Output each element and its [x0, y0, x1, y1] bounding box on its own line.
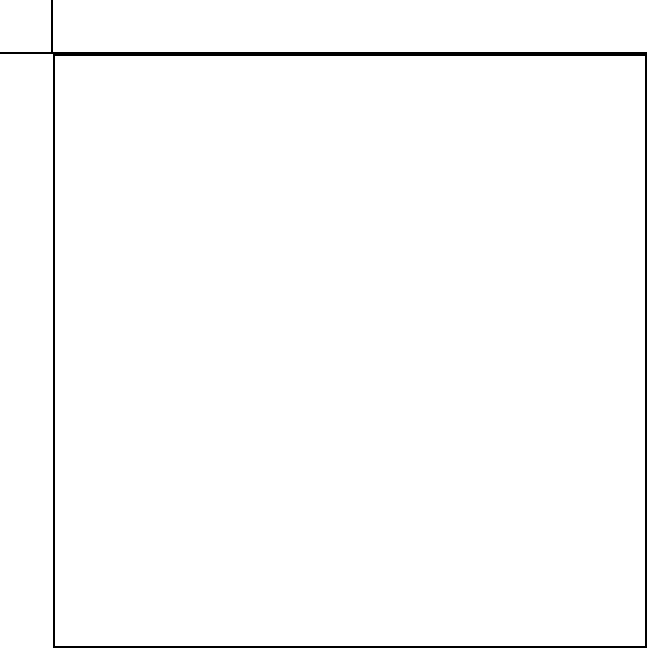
grid-left-border: [51, 0, 53, 54]
corner-watermark: [0, 0, 53, 54]
row-clues-area: [0, 54, 53, 648]
nonogram-grid: [53, 54, 647, 648]
column-clues-area: [53, 0, 647, 53]
nonogram-puzzle-screen: [0, 0, 668, 649]
